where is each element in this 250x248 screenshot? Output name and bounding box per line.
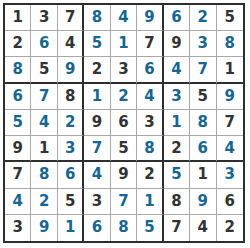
cell-r6c5[interactable]: 5	[111, 136, 137, 162]
cell-r3c5[interactable]: 3	[111, 57, 137, 83]
cell-r8c7[interactable]: 8	[164, 189, 190, 215]
cell-r8c4[interactable]: 3	[84, 189, 110, 215]
cell-r5c8[interactable]: 8	[190, 110, 216, 136]
cell-r3c6[interactable]: 6	[137, 57, 163, 83]
cell-r7c6[interactable]: 2	[137, 162, 163, 188]
cell-r7c4[interactable]: 4	[84, 162, 110, 188]
cell-r2c7[interactable]: 9	[164, 31, 190, 57]
cell-r3c1[interactable]: 8	[5, 57, 31, 83]
sudoku-page: 1378496252645179388592364716781243595429…	[0, 0, 250, 248]
cell-r1c8[interactable]: 2	[190, 5, 216, 31]
cell-r1c3[interactable]: 7	[58, 5, 84, 31]
sudoku-grid: 1378496252645179388592364716781243595429…	[5, 5, 243, 241]
cell-r4c5[interactable]: 2	[111, 84, 137, 110]
cell-r8c9[interactable]: 6	[217, 189, 243, 215]
cell-r9c9[interactable]: 2	[217, 215, 243, 241]
cell-r6c3[interactable]: 3	[58, 136, 84, 162]
cell-r5c3[interactable]: 2	[58, 110, 84, 136]
cell-r9c1[interactable]: 3	[5, 215, 31, 241]
cell-r9c6[interactable]: 5	[137, 215, 163, 241]
cell-r2c1[interactable]: 2	[5, 31, 31, 57]
cell-r7c5[interactable]: 9	[111, 162, 137, 188]
cell-r2c3[interactable]: 4	[58, 31, 84, 57]
cell-r8c1[interactable]: 4	[5, 189, 31, 215]
cell-r2c4[interactable]: 5	[84, 31, 110, 57]
cell-r1c7[interactable]: 6	[164, 5, 190, 31]
cell-r5c2[interactable]: 4	[31, 110, 57, 136]
cell-r9c4[interactable]: 6	[84, 215, 110, 241]
cell-r8c2[interactable]: 2	[31, 189, 57, 215]
cell-r4c8[interactable]: 5	[190, 84, 216, 110]
cell-r6c8[interactable]: 6	[190, 136, 216, 162]
cell-r4c3[interactable]: 8	[58, 84, 84, 110]
cell-r5c7[interactable]: 1	[164, 110, 190, 136]
cell-r7c2[interactable]: 8	[31, 162, 57, 188]
cell-r9c2[interactable]: 9	[31, 215, 57, 241]
cell-r5c4[interactable]: 9	[84, 110, 110, 136]
cell-r5c6[interactable]: 3	[137, 110, 163, 136]
cell-r7c9[interactable]: 3	[217, 162, 243, 188]
cell-r1c9[interactable]: 5	[217, 5, 243, 31]
cell-r9c8[interactable]: 4	[190, 215, 216, 241]
cell-r5c5[interactable]: 6	[111, 110, 137, 136]
cell-r2c6[interactable]: 7	[137, 31, 163, 57]
cell-r2c8[interactable]: 3	[190, 31, 216, 57]
cell-r6c4[interactable]: 7	[84, 136, 110, 162]
cell-r4c9[interactable]: 9	[217, 84, 243, 110]
cell-r4c6[interactable]: 4	[137, 84, 163, 110]
cell-r1c1[interactable]: 1	[5, 5, 31, 31]
cell-r3c2[interactable]: 5	[31, 57, 57, 83]
cell-r4c1[interactable]: 6	[5, 84, 31, 110]
cell-r3c7[interactable]: 4	[164, 57, 190, 83]
cell-r1c5[interactable]: 4	[111, 5, 137, 31]
cell-r4c7[interactable]: 3	[164, 84, 190, 110]
cell-r8c8[interactable]: 9	[190, 189, 216, 215]
cell-r5c1[interactable]: 5	[5, 110, 31, 136]
cell-r6c2[interactable]: 1	[31, 136, 57, 162]
cell-r4c4[interactable]: 1	[84, 84, 110, 110]
cell-r3c4[interactable]: 2	[84, 57, 110, 83]
cell-r9c7[interactable]: 7	[164, 215, 190, 241]
cell-r7c8[interactable]: 1	[190, 162, 216, 188]
cell-r8c5[interactable]: 7	[111, 189, 137, 215]
cell-r1c4[interactable]: 8	[84, 5, 110, 31]
cell-r3c9[interactable]: 1	[217, 57, 243, 83]
cell-r8c6[interactable]: 1	[137, 189, 163, 215]
cell-r7c1[interactable]: 7	[5, 162, 31, 188]
cell-r4c2[interactable]: 7	[31, 84, 57, 110]
cell-r5c9[interactable]: 7	[217, 110, 243, 136]
cell-r2c9[interactable]: 8	[217, 31, 243, 57]
cell-r7c3[interactable]: 6	[58, 162, 84, 188]
cell-r9c3[interactable]: 1	[58, 215, 84, 241]
cell-r1c6[interactable]: 9	[137, 5, 163, 31]
cell-r6c6[interactable]: 8	[137, 136, 163, 162]
cell-r6c9[interactable]: 4	[217, 136, 243, 162]
cell-r3c8[interactable]: 7	[190, 57, 216, 83]
cell-r6c7[interactable]: 2	[164, 136, 190, 162]
cell-r1c2[interactable]: 3	[31, 5, 57, 31]
cell-r7c7[interactable]: 5	[164, 162, 190, 188]
cell-r8c3[interactable]: 5	[58, 189, 84, 215]
cell-r2c5[interactable]: 1	[111, 31, 137, 57]
cell-r3c3[interactable]: 9	[58, 57, 84, 83]
cell-r2c2[interactable]: 6	[31, 31, 57, 57]
sudoku-board: 1378496252645179388592364716781243595429…	[3, 3, 245, 243]
cell-r6c1[interactable]: 9	[5, 136, 31, 162]
cell-r9c5[interactable]: 8	[111, 215, 137, 241]
